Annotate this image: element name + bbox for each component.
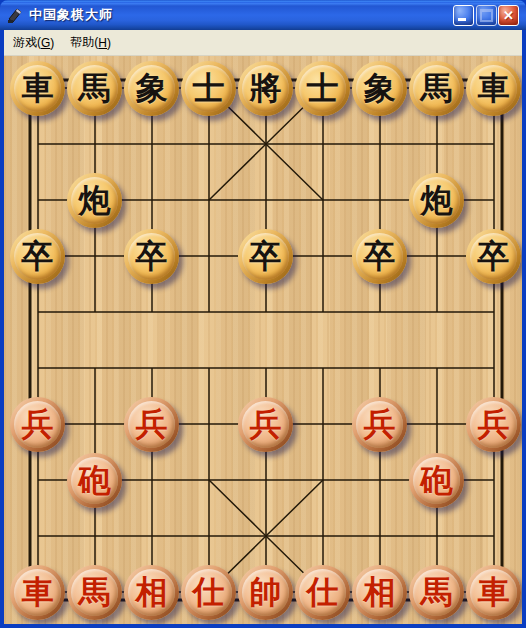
piece-red-elephant[interactable]: 相 xyxy=(351,564,408,620)
piece-character: 砲 xyxy=(421,464,453,496)
piece-disc: 士 xyxy=(181,61,236,116)
piece-black-chariot[interactable]: 車 xyxy=(9,60,66,116)
window-title: 中国象棋大师 xyxy=(29,6,113,24)
piece-disc: 車 xyxy=(466,61,521,116)
piece-red-cannon[interactable]: 砲 xyxy=(66,452,123,508)
piece-black-horse[interactable]: 馬 xyxy=(408,60,465,116)
piece-disc: 卒 xyxy=(352,229,407,284)
piece-black-soldier[interactable]: 卒 xyxy=(9,228,66,284)
close-button[interactable]: ✕ xyxy=(498,5,519,26)
menu-item-game[interactable]: 游戏(G) xyxy=(5,30,62,55)
piece-character: 馬 xyxy=(421,576,453,608)
piece-character: 兵 xyxy=(250,408,282,440)
piece-red-advisor[interactable]: 仕 xyxy=(294,564,351,620)
piece-disc: 卒 xyxy=(10,229,65,284)
piece-disc: 車 xyxy=(10,61,65,116)
piece-disc: 炮 xyxy=(67,173,122,228)
piece-disc: 馬 xyxy=(409,61,464,116)
piece-character: 炮 xyxy=(421,184,453,216)
piece-red-horse[interactable]: 馬 xyxy=(408,564,465,620)
piece-red-soldier[interactable]: 兵 xyxy=(9,396,66,452)
piece-disc: 兵 xyxy=(466,397,521,452)
piece-disc: 兵 xyxy=(352,397,407,452)
piece-character: 馬 xyxy=(79,72,111,104)
piece-black-horse[interactable]: 馬 xyxy=(66,60,123,116)
piece-red-horse[interactable]: 馬 xyxy=(66,564,123,620)
piece-disc: 卒 xyxy=(124,229,179,284)
piece-disc: 象 xyxy=(352,61,407,116)
piece-disc: 兵 xyxy=(124,397,179,452)
piece-character: 卒 xyxy=(22,240,54,272)
piece-red-advisor[interactable]: 仕 xyxy=(180,564,237,620)
piece-disc: 車 xyxy=(466,565,521,620)
piece-red-soldier[interactable]: 兵 xyxy=(123,396,180,452)
piece-character: 象 xyxy=(364,72,396,104)
piece-character: 將 xyxy=(250,72,282,104)
piece-character: 象 xyxy=(136,72,168,104)
piece-black-advisor[interactable]: 士 xyxy=(180,60,237,116)
piece-black-soldier[interactable]: 卒 xyxy=(465,228,522,284)
piece-character: 車 xyxy=(22,72,54,104)
piece-character: 卒 xyxy=(478,240,510,272)
piece-disc: 將 xyxy=(238,61,293,116)
piece-red-chariot[interactable]: 車 xyxy=(465,564,522,620)
piece-character: 兵 xyxy=(22,408,54,440)
piece-disc: 馬 xyxy=(67,565,122,620)
piece-black-chariot[interactable]: 車 xyxy=(465,60,522,116)
xiangqi-board-grid: 車馬象士將士象馬車炮炮卒卒卒卒卒兵兵兵兵兵砲砲車馬相仕帥仕相馬車 xyxy=(9,60,522,620)
piece-black-elephant[interactable]: 象 xyxy=(351,60,408,116)
piece-red-soldier[interactable]: 兵 xyxy=(465,396,522,452)
piece-character: 相 xyxy=(364,576,396,608)
menu-item-help[interactable]: 帮助(H) xyxy=(62,30,119,55)
menu-bar: 游戏(G) 帮助(H) xyxy=(4,30,522,56)
piece-disc: 帥 xyxy=(238,565,293,620)
piece-red-chariot[interactable]: 車 xyxy=(9,564,66,620)
piece-black-advisor[interactable]: 士 xyxy=(294,60,351,116)
piece-disc: 砲 xyxy=(67,453,122,508)
piece-red-general[interactable]: 帥 xyxy=(237,564,294,620)
xiangqi-board: 車馬象士將士象馬車炮炮卒卒卒卒卒兵兵兵兵兵砲砲車馬相仕帥仕相馬車 xyxy=(4,56,522,624)
app-icon xyxy=(7,7,24,24)
title-bar[interactable]: 中国象棋大师 ✕ xyxy=(0,0,526,30)
piece-character: 帥 xyxy=(250,576,282,608)
piece-character: 士 xyxy=(193,72,225,104)
app-window: 中国象棋大师 ✕ 游戏(G) 帮助(H) xyxy=(0,0,526,628)
piece-disc: 仕 xyxy=(295,565,350,620)
piece-red-cannon[interactable]: 砲 xyxy=(408,452,465,508)
piece-character: 仕 xyxy=(193,576,225,608)
piece-character: 車 xyxy=(478,576,510,608)
piece-disc: 相 xyxy=(124,565,179,620)
piece-black-general[interactable]: 將 xyxy=(237,60,294,116)
piece-character: 車 xyxy=(22,576,54,608)
piece-disc: 士 xyxy=(295,61,350,116)
piece-black-soldier[interactable]: 卒 xyxy=(237,228,294,284)
piece-character: 兵 xyxy=(478,408,510,440)
piece-disc: 炮 xyxy=(409,173,464,228)
piece-disc: 馬 xyxy=(67,61,122,116)
piece-black-cannon[interactable]: 炮 xyxy=(408,172,465,228)
piece-disc: 卒 xyxy=(238,229,293,284)
piece-character: 兵 xyxy=(136,408,168,440)
piece-character: 車 xyxy=(478,72,510,104)
minimize-button[interactable] xyxy=(453,5,474,26)
piece-character: 卒 xyxy=(250,240,282,272)
piece-character: 仕 xyxy=(307,576,339,608)
piece-disc: 相 xyxy=(352,565,407,620)
piece-disc: 兵 xyxy=(10,397,65,452)
piece-character: 相 xyxy=(136,576,168,608)
piece-black-elephant[interactable]: 象 xyxy=(123,60,180,116)
piece-character: 炮 xyxy=(79,184,111,216)
piece-red-soldier[interactable]: 兵 xyxy=(237,396,294,452)
piece-disc: 仕 xyxy=(181,565,236,620)
piece-character: 士 xyxy=(307,72,339,104)
piece-disc: 卒 xyxy=(466,229,521,284)
piece-black-soldier[interactable]: 卒 xyxy=(351,228,408,284)
piece-character: 兵 xyxy=(364,408,396,440)
piece-disc: 馬 xyxy=(409,565,464,620)
piece-character: 馬 xyxy=(79,576,111,608)
piece-disc: 車 xyxy=(10,565,65,620)
piece-character: 砲 xyxy=(79,464,111,496)
maximize-button[interactable] xyxy=(476,5,497,26)
piece-disc: 兵 xyxy=(238,397,293,452)
maximize-icon xyxy=(480,9,493,22)
piece-disc: 砲 xyxy=(409,453,464,508)
piece-red-elephant[interactable]: 相 xyxy=(123,564,180,620)
piece-character: 馬 xyxy=(421,72,453,104)
piece-disc: 象 xyxy=(124,61,179,116)
piece-character: 卒 xyxy=(364,240,396,272)
minimize-icon xyxy=(458,18,466,21)
piece-red-soldier[interactable]: 兵 xyxy=(351,396,408,452)
close-icon: ✕ xyxy=(503,9,514,22)
piece-black-cannon[interactable]: 炮 xyxy=(66,172,123,228)
piece-character: 卒 xyxy=(136,240,168,272)
piece-black-soldier[interactable]: 卒 xyxy=(123,228,180,284)
